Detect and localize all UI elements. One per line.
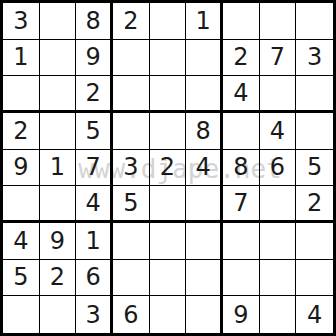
cell-r4c9-empty[interactable] (296, 113, 333, 150)
cell-r1c1-given: 3 (3, 3, 40, 40)
cell-r7c8-empty[interactable] (260, 223, 297, 260)
cell-r4c7-empty[interactable] (223, 113, 260, 150)
cell-r5c3-given: 7 (76, 150, 113, 187)
cell-r3c6-empty[interactable] (186, 76, 223, 113)
cell-r5c8-given: 6 (260, 150, 297, 187)
cell-r4c6-given: 8 (186, 113, 223, 150)
cell-r7c3-given: 1 (76, 223, 113, 260)
cell-r2c1-given: 1 (3, 40, 40, 77)
cell-r9c3-given: 3 (76, 296, 113, 333)
cell-r2c8-given: 7 (260, 40, 297, 77)
cell-r6c3-given: 4 (76, 186, 113, 223)
cell-r9c8-empty[interactable] (260, 296, 297, 333)
cell-r1c5-empty[interactable] (150, 3, 187, 40)
cell-r9c1-empty[interactable] (3, 296, 40, 333)
cell-r9c2-empty[interactable] (40, 296, 77, 333)
cell-r2c3-given: 9 (76, 40, 113, 77)
cell-r9c6-empty[interactable] (186, 296, 223, 333)
cell-r1c4-given: 2 (113, 3, 150, 40)
cell-r9c4-given: 6 (113, 296, 150, 333)
cell-r3c8-empty[interactable] (260, 76, 297, 113)
cell-r4c8-given: 4 (260, 113, 297, 150)
cell-r6c5-empty[interactable] (150, 186, 187, 223)
cell-r2c4-empty[interactable] (113, 40, 150, 77)
cell-r6c2-empty[interactable] (40, 186, 77, 223)
cell-r4c1-given: 2 (3, 113, 40, 150)
cell-r3c5-empty[interactable] (150, 76, 187, 113)
cell-r2c6-empty[interactable] (186, 40, 223, 77)
cell-r6c6-empty[interactable] (186, 186, 223, 223)
cell-r3c2-empty[interactable] (40, 76, 77, 113)
cell-r8c4-empty[interactable] (113, 260, 150, 297)
cell-r2c2-empty[interactable] (40, 40, 77, 77)
cell-r1c8-empty[interactable] (260, 3, 297, 40)
cell-r7c4-empty[interactable] (113, 223, 150, 260)
sudoku-board: www.djape.net 38211927324258491732486545… (0, 0, 336, 336)
cell-r5c4-given: 3 (113, 150, 150, 187)
cell-r2c7-given: 2 (223, 40, 260, 77)
cell-r1c3-given: 8 (76, 3, 113, 40)
cell-r7c5-empty[interactable] (150, 223, 187, 260)
cell-r4c4-empty[interactable] (113, 113, 150, 150)
cell-r8c3-given: 6 (76, 260, 113, 297)
cell-r7c9-empty[interactable] (296, 223, 333, 260)
cell-r5c6-given: 4 (186, 150, 223, 187)
cell-r3c4-empty[interactable] (113, 76, 150, 113)
cell-r3c3-given: 2 (76, 76, 113, 113)
cell-r1c6-given: 1 (186, 3, 223, 40)
cell-r8c6-empty[interactable] (186, 260, 223, 297)
cell-r1c2-empty[interactable] (40, 3, 77, 40)
cell-r7c6-empty[interactable] (186, 223, 223, 260)
cell-r8c1-given: 5 (3, 260, 40, 297)
cell-r4c5-empty[interactable] (150, 113, 187, 150)
cell-r4c3-given: 5 (76, 113, 113, 150)
cell-r3c9-empty[interactable] (296, 76, 333, 113)
cell-r6c9-given: 2 (296, 186, 333, 223)
cell-r8c2-given: 2 (40, 260, 77, 297)
cell-r7c1-given: 4 (3, 223, 40, 260)
cell-r3c1-empty[interactable] (3, 76, 40, 113)
cell-r1c9-empty[interactable] (296, 3, 333, 40)
cell-r9c7-given: 9 (223, 296, 260, 333)
cell-r1c7-empty[interactable] (223, 3, 260, 40)
cell-r8c8-empty[interactable] (260, 260, 297, 297)
cell-r8c9-empty[interactable] (296, 260, 333, 297)
cell-r2c9-given: 3 (296, 40, 333, 77)
cell-r6c4-given: 5 (113, 186, 150, 223)
cell-r5c2-given: 1 (40, 150, 77, 187)
cell-r9c5-empty[interactable] (150, 296, 187, 333)
cell-r6c7-given: 7 (223, 186, 260, 223)
cell-r5c9-given: 5 (296, 150, 333, 187)
cell-r4c2-empty[interactable] (40, 113, 77, 150)
cell-r9c9-given: 4 (296, 296, 333, 333)
cell-r8c7-empty[interactable] (223, 260, 260, 297)
cell-r7c7-empty[interactable] (223, 223, 260, 260)
cell-r5c1-given: 9 (3, 150, 40, 187)
cell-r2c5-empty[interactable] (150, 40, 187, 77)
cell-r5c7-given: 8 (223, 150, 260, 187)
cell-r7c2-given: 9 (40, 223, 77, 260)
cell-r3c7-given: 4 (223, 76, 260, 113)
cell-r5c5-given: 2 (150, 150, 187, 187)
sudoku-grid: 38211927324258491732486545724915263694 (3, 3, 333, 333)
cell-r6c8-empty[interactable] (260, 186, 297, 223)
cell-r8c5-empty[interactable] (150, 260, 187, 297)
cell-r6c1-empty[interactable] (3, 186, 40, 223)
